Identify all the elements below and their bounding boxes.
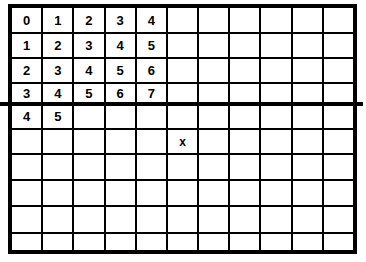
grid-cell-r2c11 (324, 34, 353, 57)
grid-cell-r5c5 (137, 104, 166, 128)
grid-cell-r10c4 (106, 234, 135, 250)
grid-cell-r5c11 (324, 104, 353, 128)
grid-cell-r1c6 (168, 8, 197, 32)
grid-cell-r6c3 (74, 130, 103, 153)
grid-cell-r4c9 (261, 84, 290, 102)
grid-cell-r8c3 (74, 181, 103, 205)
grid-cell-r4c3: 5 (74, 84, 103, 102)
grid-cell-r5c7 (199, 104, 228, 128)
grid-cell-r9c7 (199, 207, 228, 232)
grid-cell-r5c4 (106, 104, 135, 128)
grid-cell-r8c8 (230, 181, 259, 205)
grid-cell-r6c1 (12, 130, 41, 153)
grid-cell-r7c10 (293, 155, 322, 179)
grid-cell-r2c2: 2 (43, 34, 72, 57)
grid-cell-r8c7 (199, 181, 228, 205)
grid-cell-r9c4 (106, 207, 135, 232)
grid-cell-r1c2: 1 (43, 8, 72, 32)
grid-cell-r9c1 (12, 207, 41, 232)
grid-cell-r1c3: 2 (74, 8, 103, 32)
grid-cell-r4c10 (293, 84, 322, 102)
grid-cell-r1c11 (324, 8, 353, 32)
grid-cell-r4c4: 6 (106, 84, 135, 102)
row-divider-emphasis-line (0, 102, 363, 106)
grid-cell-r3c5: 6 (137, 59, 166, 82)
grid-cell-r5c1: 4 (12, 104, 41, 128)
grid-cell-r3c2: 3 (43, 59, 72, 82)
board-grid: 0123412345234563456745x (8, 4, 357, 254)
grid-cell-r10c11 (324, 234, 353, 250)
grid-cell-r9c8 (230, 207, 259, 232)
grid-cell-r2c6 (168, 34, 197, 57)
grid-cell-r4c1: 3 (12, 84, 41, 102)
grid-cell-r6c4 (106, 130, 135, 153)
grid-cell-r2c9 (261, 34, 290, 57)
grid-cell-r6c9 (261, 130, 290, 153)
grid-cell-r5c3 (74, 104, 103, 128)
grid-cell-r3c7 (199, 59, 228, 82)
grid-cell-r6c11 (324, 130, 353, 153)
grid-cell-r2c8 (230, 34, 259, 57)
grid-cell-r7c2 (43, 155, 72, 179)
grid-cell-r3c8 (230, 59, 259, 82)
grid-cell-r8c4 (106, 181, 135, 205)
grid-cell-r7c11 (324, 155, 353, 179)
grid-cell-r1c7 (199, 8, 228, 32)
grid-cell-r3c3: 4 (74, 59, 103, 82)
grid-cell-r1c5: 4 (137, 8, 166, 32)
grid-cell-r4c7 (199, 84, 228, 102)
grid-cell-r9c11 (324, 207, 353, 232)
grid-cell-r6c5 (137, 130, 166, 153)
grid-cell-r8c9 (261, 181, 290, 205)
grid-cell-r8c6 (168, 181, 197, 205)
grid-cell-r1c4: 3 (106, 8, 135, 32)
grid-cell-r9c9 (261, 207, 290, 232)
grid-cell-r3c9 (261, 59, 290, 82)
grid-cell-r5c2: 5 (43, 104, 72, 128)
grid-cell-r10c10 (293, 234, 322, 250)
grid-cell-r2c3: 3 (74, 34, 103, 57)
grid-cell-r10c3 (74, 234, 103, 250)
grid-cell-r3c6 (168, 59, 197, 82)
grid-cell-r3c1: 2 (12, 59, 41, 82)
grid-cell-r4c6 (168, 84, 197, 102)
grid-cell-r2c1: 1 (12, 34, 41, 57)
grid-cell-r5c8 (230, 104, 259, 128)
grid-cell-r7c5 (137, 155, 166, 179)
grid-cell-r3c11 (324, 59, 353, 82)
grid-cell-r6c7 (199, 130, 228, 153)
grid-cell-r4c5: 7 (137, 84, 166, 102)
worksheet-canvas: 0123412345234563456745x (0, 0, 366, 262)
grid-cell-r1c10 (293, 8, 322, 32)
grid-cell-r9c3 (74, 207, 103, 232)
grid-cell-r1c8 (230, 8, 259, 32)
grid-cell-r2c10 (293, 34, 322, 57)
grid-cell-r4c8 (230, 84, 259, 102)
grid-cell-r7c3 (74, 155, 103, 179)
grid-cell-r8c10 (293, 181, 322, 205)
grid-cell-r7c4 (106, 155, 135, 179)
grid-cell-r5c6 (168, 104, 197, 128)
grid-cell-r7c6 (168, 155, 197, 179)
grid-cell-r8c5 (137, 181, 166, 205)
grid-cell-r9c6 (168, 207, 197, 232)
grid-cell-r10c5 (137, 234, 166, 250)
grid-cell-r10c1 (12, 234, 41, 250)
grid-cell-r10c2 (43, 234, 72, 250)
grid-cell-r5c9 (261, 104, 290, 128)
grid-cell-r2c7 (199, 34, 228, 57)
grid-cell-r6c10 (293, 130, 322, 153)
grid-cell-r3c4: 5 (106, 59, 135, 82)
grid-cell-r2c4: 4 (106, 34, 135, 57)
grid-cell-r8c1 (12, 181, 41, 205)
grid-cell-r6c6: x (168, 130, 197, 153)
grid-cell-r8c11 (324, 181, 353, 205)
grid-cell-r7c9 (261, 155, 290, 179)
grid-cell-r9c5 (137, 207, 166, 232)
grid-cell-r4c2: 4 (43, 84, 72, 102)
grid-cell-r9c10 (293, 207, 322, 232)
grid-cell-r10c7 (199, 234, 228, 250)
grid-cell-r1c1: 0 (12, 8, 41, 32)
grid-cell-r6c8 (230, 130, 259, 153)
grid-cell-r7c1 (12, 155, 41, 179)
grid-cell-r7c7 (199, 155, 228, 179)
grid-cell-r1c9 (261, 8, 290, 32)
grid-cell-r2c5: 5 (137, 34, 166, 57)
grid-cell-r9c2 (43, 207, 72, 232)
grid-cell-r5c10 (293, 104, 322, 128)
grid-cell-r3c10 (293, 59, 322, 82)
grid-cell-r7c8 (230, 155, 259, 179)
grid-cell-r8c2 (43, 181, 72, 205)
grid-cell-r10c6 (168, 234, 197, 250)
grid-cell-r4c11 (324, 84, 353, 102)
grid-cell-r6c2 (43, 130, 72, 153)
grid-cell-r10c9 (261, 234, 290, 250)
grid-cell-r10c8 (230, 234, 259, 250)
